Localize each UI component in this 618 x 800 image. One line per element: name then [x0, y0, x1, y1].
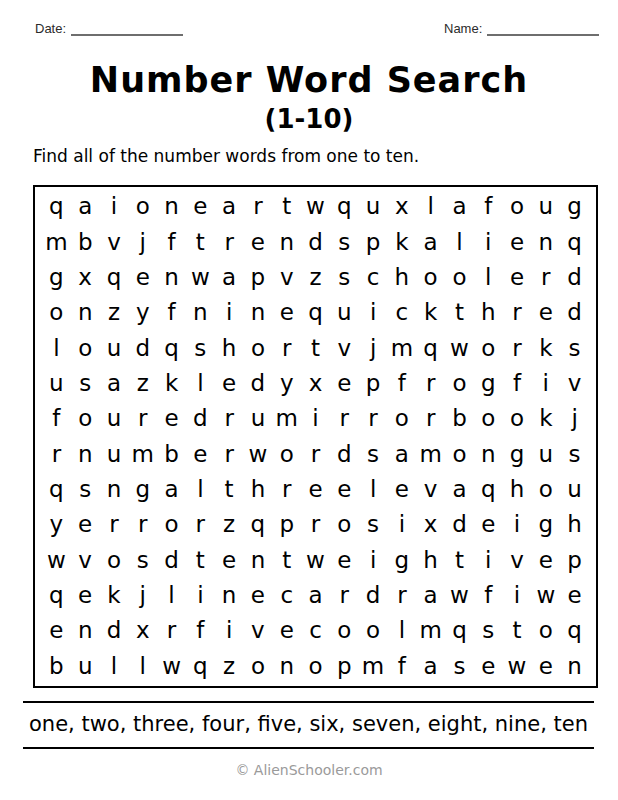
grid-cell-r1c4[interactable]: o	[128, 189, 157, 224]
grid-cell-r12c14[interactable]: a	[416, 578, 445, 613]
grid-cell-r11c19[interactable]: p	[560, 543, 589, 578]
grid-cell-r13c5[interactable]: r	[157, 613, 186, 648]
grid-cell-r7c8[interactable]: u	[244, 401, 273, 436]
grid-cell-r13c18[interactable]: o	[531, 613, 560, 648]
grid-cell-r3c10[interactable]: z	[301, 260, 330, 295]
grid-cell-r14c7[interactable]: z	[215, 649, 244, 684]
grid-cell-r5c17[interactable]: r	[503, 330, 532, 365]
grid-cell-r6c14[interactable]: r	[416, 366, 445, 401]
grid-cell-r12c9[interactable]: c	[272, 578, 301, 613]
grid-cell-r7c3[interactable]: u	[100, 401, 129, 436]
grid-cell-r1c16[interactable]: f	[474, 189, 503, 224]
grid-cell-r3c14[interactable]: o	[416, 260, 445, 295]
grid-cell-r1c17[interactable]: o	[503, 189, 532, 224]
grid-cell-r4c1[interactable]: o	[42, 295, 71, 330]
grid-cell-r10c18[interactable]: g	[531, 507, 560, 542]
grid-cell-r4c2[interactable]: n	[71, 295, 100, 330]
grid-cell-r3c3[interactable]: q	[100, 260, 129, 295]
grid-cell-r3c12[interactable]: c	[359, 260, 388, 295]
grid-cell-r14c5[interactable]: w	[157, 649, 186, 684]
grid-cell-r6c9[interactable]: y	[272, 366, 301, 401]
grid-cell-r6c8[interactable]: d	[244, 366, 273, 401]
grid-cell-r9c17[interactable]: h	[503, 472, 532, 507]
grid-cell-r4c3[interactable]: z	[100, 295, 129, 330]
grid-cell-r10c16[interactable]: e	[474, 507, 503, 542]
grid-cell-r8c19[interactable]: s	[560, 437, 589, 472]
grid-cell-r6c10[interactable]: x	[301, 366, 330, 401]
grid-cell-r6c19[interactable]: v	[560, 366, 589, 401]
grid-cell-r5c12[interactable]: j	[359, 330, 388, 365]
grid-cell-r1c6[interactable]: e	[186, 189, 215, 224]
grid-cell-r1c9[interactable]: t	[272, 189, 301, 224]
grid-cell-r6c1[interactable]: u	[42, 366, 71, 401]
grid-cell-r1c3[interactable]: i	[100, 189, 129, 224]
grid-cell-r14c19[interactable]: n	[560, 649, 589, 684]
grid-cell-r12c17[interactable]: i	[503, 578, 532, 613]
grid-cell-r1c2[interactable]: a	[71, 189, 100, 224]
grid-cell-r12c18[interactable]: w	[531, 578, 560, 613]
grid-cell-r10c6[interactable]: r	[186, 507, 215, 542]
grid-cell-r14c13[interactable]: f	[387, 649, 416, 684]
grid-cell-r12c12[interactable]: d	[359, 578, 388, 613]
grid-cell-r12c5[interactable]: l	[157, 578, 186, 613]
grid-cell-r4c17[interactable]: r	[503, 295, 532, 330]
grid-cell-r13c7[interactable]: i	[215, 613, 244, 648]
grid-cell-r12c16[interactable]: f	[474, 578, 503, 613]
grid-cell-r2c14[interactable]: a	[416, 224, 445, 259]
grid-cell-r13c15[interactable]: q	[445, 613, 474, 648]
grid-cell-r1c1[interactable]: q	[42, 189, 71, 224]
grid-cell-r8c6[interactable]: e	[186, 437, 215, 472]
grid-cell-r7c19[interactable]: j	[560, 401, 589, 436]
grid-cell-r1c13[interactable]: x	[387, 189, 416, 224]
grid-cell-r4c6[interactable]: n	[186, 295, 215, 330]
grid-cell-r14c14[interactable]: a	[416, 649, 445, 684]
grid-cell-r12c8[interactable]: e	[244, 578, 273, 613]
grid-cell-r14c3[interactable]: l	[100, 649, 129, 684]
grid-cell-r14c17[interactable]: w	[503, 649, 532, 684]
grid-cell-r2c4[interactable]: j	[128, 224, 157, 259]
grid-cell-r12c3[interactable]: k	[100, 578, 129, 613]
grid-cell-r9c18[interactable]: o	[531, 472, 560, 507]
grid-cell-r7c2[interactable]: o	[71, 401, 100, 436]
grid-cell-r6c17[interactable]: f	[503, 366, 532, 401]
grid-cell-r3c9[interactable]: v	[272, 260, 301, 295]
grid-cell-r4c13[interactable]: c	[387, 295, 416, 330]
grid-cell-r12c6[interactable]: i	[186, 578, 215, 613]
grid-cell-r10c2[interactable]: e	[71, 507, 100, 542]
grid-cell-r6c12[interactable]: p	[359, 366, 388, 401]
grid-cell-r3c15[interactable]: o	[445, 260, 474, 295]
grid-cell-r10c11[interactable]: o	[330, 507, 359, 542]
grid-cell-r13c2[interactable]: n	[71, 613, 100, 648]
grid-cell-r7c1[interactable]: f	[42, 401, 71, 436]
grid-cell-r12c15[interactable]: w	[445, 578, 474, 613]
grid-cell-r5c13[interactable]: m	[387, 330, 416, 365]
grid-cell-r8c14[interactable]: m	[416, 437, 445, 472]
grid-cell-r8c1[interactable]: r	[42, 437, 71, 472]
grid-cell-r9c15[interactable]: a	[445, 472, 474, 507]
grid-cell-r13c13[interactable]: l	[387, 613, 416, 648]
grid-cell-r1c12[interactable]: u	[359, 189, 388, 224]
grid-cell-r10c19[interactable]: h	[560, 507, 589, 542]
page-subtitle: (1-10)	[0, 104, 618, 134]
grid-cell-r5c2[interactable]: o	[71, 330, 100, 365]
grid-cell-r2c17[interactable]: e	[503, 224, 532, 259]
grid-cell-r8c17[interactable]: g	[503, 437, 532, 472]
grid-cell-r2c19[interactable]: q	[560, 224, 589, 259]
grid-cell-r4c9[interactable]: e	[272, 295, 301, 330]
grid-cell-r1c15[interactable]: a	[445, 189, 474, 224]
grid-cell-r8c5[interactable]: b	[157, 437, 186, 472]
grid-cell-r13c19[interactable]: q	[560, 613, 589, 648]
grid-cell-r5c3[interactable]: u	[100, 330, 129, 365]
grid-cell-r11c2[interactable]: v	[71, 543, 100, 578]
grid-cell-r7c17[interactable]: o	[503, 401, 532, 436]
grid-cell-r2c10[interactable]: d	[301, 224, 330, 259]
grid-cell-r14c11[interactable]: p	[330, 649, 359, 684]
grid-cell-r10c8[interactable]: q	[244, 507, 273, 542]
grid-cell-r3c7[interactable]: a	[215, 260, 244, 295]
grid-cell-r8c12[interactable]: s	[359, 437, 388, 472]
grid-cell-r5c8[interactable]: o	[244, 330, 273, 365]
grid-cell-r7c15[interactable]: b	[445, 401, 474, 436]
grid-cell-r9c2[interactable]: s	[71, 472, 100, 507]
grid-cell-r9c4[interactable]: g	[128, 472, 157, 507]
grid-cell-r8c7[interactable]: r	[215, 437, 244, 472]
grid-cell-r9c6[interactable]: l	[186, 472, 215, 507]
grid-cell-r11c9[interactable]: t	[272, 543, 301, 578]
grid-cell-r13c14[interactable]: m	[416, 613, 445, 648]
grid-cell-r2c16[interactable]: i	[474, 224, 503, 259]
grid-cell-r11c11[interactable]: e	[330, 543, 359, 578]
grid-cell-r7c4[interactable]: r	[128, 401, 157, 436]
grid-cell-r10c15[interactable]: d	[445, 507, 474, 542]
grid-cell-r8c16[interactable]: n	[474, 437, 503, 472]
grid-cell-r10c17[interactable]: i	[503, 507, 532, 542]
grid-cell-r14c6[interactable]: q	[186, 649, 215, 684]
grid-cell-r9c8[interactable]: h	[244, 472, 273, 507]
grid-cell-r10c5[interactable]: o	[157, 507, 186, 542]
grid-cell-r14c15[interactable]: s	[445, 649, 474, 684]
name-label: Name:	[444, 21, 482, 36]
grid-cell-r12c4[interactable]: j	[128, 578, 157, 613]
grid-cell-r7c16[interactable]: o	[474, 401, 503, 436]
grid-cell-r13c1[interactable]: e	[42, 613, 71, 648]
grid-cell-r13c11[interactable]: o	[330, 613, 359, 648]
grid-cell-r9c1[interactable]: q	[42, 472, 71, 507]
grid-cell-r13c16[interactable]: s	[474, 613, 503, 648]
grid-cell-r3c2[interactable]: x	[71, 260, 100, 295]
grid-cell-r4c15[interactable]: t	[445, 295, 474, 330]
grid-cell-r10c1[interactable]: y	[42, 507, 71, 542]
grid-cell-r9c9[interactable]: r	[272, 472, 301, 507]
grid-cell-r6c2[interactable]: s	[71, 366, 100, 401]
grid-cell-r9c7[interactable]: t	[215, 472, 244, 507]
grid-cell-r13c8[interactable]: v	[244, 613, 273, 648]
page-title: Number Word Search	[0, 60, 618, 100]
grid-cell-r11c6[interactable]: t	[186, 543, 215, 578]
grid-cell-r3c13[interactable]: h	[387, 260, 416, 295]
grid-cell-r14c18[interactable]: e	[531, 649, 560, 684]
name-blank-line	[487, 21, 599, 36]
grid-cell-r10c9[interactable]: p	[272, 507, 301, 542]
grid-cell-r2c13[interactable]: k	[387, 224, 416, 259]
grid-cell-r5c7[interactable]: h	[215, 330, 244, 365]
word-list: one, two, three, four, five, six, seven,…	[23, 701, 594, 749]
grid-cell-r5c19[interactable]: s	[560, 330, 589, 365]
word-search-grid: qaioneartwquxlafougmbvjftrendspkalienqgx…	[33, 185, 598, 688]
grid-cell-r2c15[interactable]: l	[445, 224, 474, 259]
grid-cell-r14c2[interactable]: u	[71, 649, 100, 684]
grid-cell-r9c5[interactable]: a	[157, 472, 186, 507]
grid-cell-r11c4[interactable]: s	[128, 543, 157, 578]
grid-cell-r5c14[interactable]: q	[416, 330, 445, 365]
grid-cell-r5c11[interactable]: v	[330, 330, 359, 365]
grid-cell-r12c7[interactable]: n	[215, 578, 244, 613]
grid-cell-r9c12[interactable]: l	[359, 472, 388, 507]
grid-cell-r13c9[interactable]: e	[272, 613, 301, 648]
grid-cell-r9c3[interactable]: n	[100, 472, 129, 507]
grid-cell-r1c7[interactable]: a	[215, 189, 244, 224]
grid-cell-r5c9[interactable]: r	[272, 330, 301, 365]
grid-cell-r6c18[interactable]: i	[531, 366, 560, 401]
grid-cell-r10c7[interactable]: z	[215, 507, 244, 542]
grid-cell-r14c1[interactable]: b	[42, 649, 71, 684]
grid-cell-r4c18[interactable]: e	[531, 295, 560, 330]
grid-cell-r13c6[interactable]: f	[186, 613, 215, 648]
grid-cell-r6c13[interactable]: f	[387, 366, 416, 401]
grid-cell-r2c9[interactable]: n	[272, 224, 301, 259]
grid-cell-r3c8[interactable]: p	[244, 260, 273, 295]
worksheet-page: Date: Name: Number Word Search (1-10) Fi…	[0, 0, 618, 800]
grid-cell-r5c18[interactable]: k	[531, 330, 560, 365]
grid-cell-r7c9[interactable]: m	[272, 401, 301, 436]
grid-cell-r4c16[interactable]: h	[474, 295, 503, 330]
grid-cell-r7c18[interactable]: k	[531, 401, 560, 436]
grid-cell-r14c16[interactable]: e	[474, 649, 503, 684]
grid-cell-r4c12[interactable]: i	[359, 295, 388, 330]
grid-cell-r9c19[interactable]: u	[560, 472, 589, 507]
grid-cell-r12c2[interactable]: e	[71, 578, 100, 613]
grid-cell-r5c4[interactable]: d	[128, 330, 157, 365]
grid-cell-r7c13[interactable]: o	[387, 401, 416, 436]
date-blank-line	[71, 21, 183, 36]
grid-cell-r1c19[interactable]: g	[560, 189, 589, 224]
grid-cell-r6c4[interactable]: z	[128, 366, 157, 401]
date-field: Date:	[35, 21, 183, 36]
grid-cell-r11c16[interactable]: i	[474, 543, 503, 578]
grid-cell-r2c5[interactable]: f	[157, 224, 186, 259]
grid-cell-r4c19[interactable]: d	[560, 295, 589, 330]
grid-cell-r11c10[interactable]: w	[301, 543, 330, 578]
grid-cell-r11c5[interactable]: d	[157, 543, 186, 578]
grid-cell-r7c11[interactable]: r	[330, 401, 359, 436]
grid-cell-r7c7[interactable]: r	[215, 401, 244, 436]
grid-cell-r4c14[interactable]: k	[416, 295, 445, 330]
grid-cell-r11c14[interactable]: h	[416, 543, 445, 578]
grid-cell-r1c11[interactable]: q	[330, 189, 359, 224]
grid-cell-r10c4[interactable]: r	[128, 507, 157, 542]
grid-cell-r2c18[interactable]: n	[531, 224, 560, 259]
date-label: Date:	[35, 21, 66, 36]
grid-cell-r8c11[interactable]: d	[330, 437, 359, 472]
grid-cell-r5c16[interactable]: o	[474, 330, 503, 365]
grid-cell-r12c1[interactable]: q	[42, 578, 71, 613]
footer-credit: © AlienSchooler.com	[0, 762, 618, 778]
grid-cell-r9c13[interactable]: e	[387, 472, 416, 507]
grid-cell-r7c6[interactable]: d	[186, 401, 215, 436]
grid-cell-r8c2[interactable]: n	[71, 437, 100, 472]
grid-cell-r4c8[interactable]: n	[244, 295, 273, 330]
grid-cell-r8c18[interactable]: u	[531, 437, 560, 472]
grid-cell-r1c18[interactable]: u	[531, 189, 560, 224]
grid-cell-r2c8[interactable]: e	[244, 224, 273, 259]
grid-cell-r3c4[interactable]: e	[128, 260, 157, 295]
grid-cell-r5c10[interactable]: t	[301, 330, 330, 365]
grid-cell-r4c11[interactable]: u	[330, 295, 359, 330]
grid-cell-r8c9[interactable]: o	[272, 437, 301, 472]
grid-cell-r11c13[interactable]: g	[387, 543, 416, 578]
grid-cell-r10c10[interactable]: r	[301, 507, 330, 542]
grid-cell-r1c10[interactable]: w	[301, 189, 330, 224]
grid-cell-r9c16[interactable]: q	[474, 472, 503, 507]
grid-cell-r4c10[interactable]: q	[301, 295, 330, 330]
grid-cell-r11c8[interactable]: n	[244, 543, 273, 578]
grid-cell-r3c5[interactable]: n	[157, 260, 186, 295]
grid-cell-r4c7[interactable]: i	[215, 295, 244, 330]
grid-cell-r6c16[interactable]: g	[474, 366, 503, 401]
grid-cell-r8c8[interactable]: w	[244, 437, 273, 472]
grid-cell-r11c7[interactable]: e	[215, 543, 244, 578]
grid-cell-r6c7[interactable]: e	[215, 366, 244, 401]
grid-cell-r10c12[interactable]: s	[359, 507, 388, 542]
grid-cell-r7c12[interactable]: r	[359, 401, 388, 436]
grid-cell-r12c11[interactable]: r	[330, 578, 359, 613]
grid-cell-r11c17[interactable]: v	[503, 543, 532, 578]
grid-cell-r6c5[interactable]: k	[157, 366, 186, 401]
grid-cell-r3c19[interactable]: d	[560, 260, 589, 295]
grid-cell-r2c2[interactable]: b	[71, 224, 100, 259]
grid-cell-r3c16[interactable]: l	[474, 260, 503, 295]
grid-cell-r7c14[interactable]: r	[416, 401, 445, 436]
grid-cell-r10c13[interactable]: i	[387, 507, 416, 542]
grid-cell-r12c13[interactable]: r	[387, 578, 416, 613]
grid-cell-r3c6[interactable]: w	[186, 260, 215, 295]
grid-cell-r3c17[interactable]: e	[503, 260, 532, 295]
grid-cell-r11c15[interactable]: t	[445, 543, 474, 578]
grid-cell-r2c11[interactable]: s	[330, 224, 359, 259]
grid-cell-r2c7[interactable]: r	[215, 224, 244, 259]
grid-cell-r3c1[interactable]: g	[42, 260, 71, 295]
instruction-text: Find all of the number words from one to…	[33, 146, 419, 166]
grid-cell-r3c18[interactable]: r	[531, 260, 560, 295]
grid-cell-r14c4[interactable]: l	[128, 649, 157, 684]
grid-cell-r14c10[interactable]: o	[301, 649, 330, 684]
grid-cell-r2c1[interactable]: m	[42, 224, 71, 259]
grid-cell-r5c15[interactable]: w	[445, 330, 474, 365]
grid-cell-r4c5[interactable]: f	[157, 295, 186, 330]
grid-cell-r1c14[interactable]: l	[416, 189, 445, 224]
grid-cell-r2c3[interactable]: v	[100, 224, 129, 259]
grid-cell-r2c6[interactable]: t	[186, 224, 215, 259]
grid-cell-r1c5[interactable]: n	[157, 189, 186, 224]
grid-cell-r12c10[interactable]: a	[301, 578, 330, 613]
grid-cell-r12c19[interactable]: e	[560, 578, 589, 613]
grid-cell-r8c10[interactable]: r	[301, 437, 330, 472]
grid-cell-r14c9[interactable]: n	[272, 649, 301, 684]
grid-cell-r11c1[interactable]: w	[42, 543, 71, 578]
grid-cell-r10c14[interactable]: x	[416, 507, 445, 542]
grid-cell-r11c18[interactable]: e	[531, 543, 560, 578]
grid-cell-r9c10[interactable]: e	[301, 472, 330, 507]
grid-cell-r2c12[interactable]: p	[359, 224, 388, 259]
grid-cell-r14c12[interactable]: m	[359, 649, 388, 684]
grid-cell-r13c17[interactable]: t	[503, 613, 532, 648]
name-field: Name:	[444, 21, 599, 36]
grid-cell-r8c15[interactable]: o	[445, 437, 474, 472]
grid-cell-r9c14[interactable]: v	[416, 472, 445, 507]
grid-cell-r13c4[interactable]: x	[128, 613, 157, 648]
grid-cell-r8c4[interactable]: m	[128, 437, 157, 472]
grid-cell-r9c11[interactable]: e	[330, 472, 359, 507]
grid-cell-r1c8[interactable]: r	[244, 189, 273, 224]
grid-cell-r13c3[interactable]: d	[100, 613, 129, 648]
grid-cell-r7c5[interactable]: e	[157, 401, 186, 436]
grid-cell-r5c5[interactable]: q	[157, 330, 186, 365]
grid-cell-r8c13[interactable]: a	[387, 437, 416, 472]
grid-cell-r4c4[interactable]: y	[128, 295, 157, 330]
grid-cell-r13c10[interactable]: c	[301, 613, 330, 648]
grid-cell-r6c15[interactable]: o	[445, 366, 474, 401]
grid-cell-r6c6[interactable]: l	[186, 366, 215, 401]
grid-cell-r13c12[interactable]: o	[359, 613, 388, 648]
grid-cell-r11c12[interactable]: i	[359, 543, 388, 578]
grid-cell-r7c10[interactable]: i	[301, 401, 330, 436]
grid-cell-r11c3[interactable]: o	[100, 543, 129, 578]
grid-cell-r10c3[interactable]: r	[100, 507, 129, 542]
grid-cell-r8c3[interactable]: u	[100, 437, 129, 472]
grid-cell-r14c8[interactable]: o	[244, 649, 273, 684]
grid-cell-r5c6[interactable]: s	[186, 330, 215, 365]
grid-cell-r5c1[interactable]: l	[42, 330, 71, 365]
grid-cell-r6c11[interactable]: e	[330, 366, 359, 401]
grid-cell-r6c3[interactable]: a	[100, 366, 129, 401]
grid-cell-r3c11[interactable]: s	[330, 260, 359, 295]
